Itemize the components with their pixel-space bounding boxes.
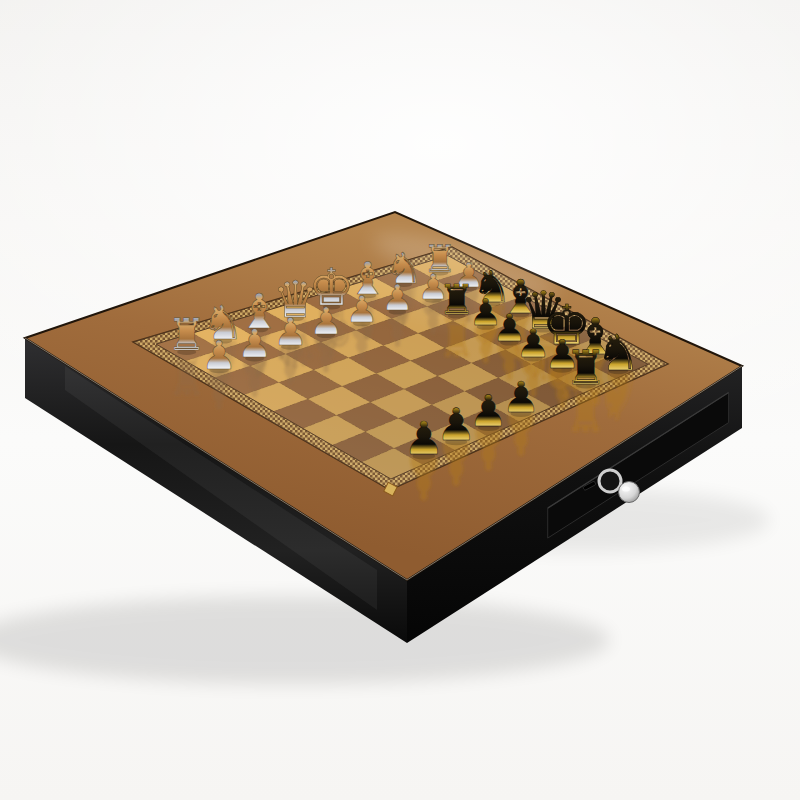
chess-set-product-photo: Overhead-angle product photo of a luxury… — [0, 0, 800, 800]
piece-white-pawn: ♟ — [237, 321, 272, 366]
piece-white-pawn: ♟ — [273, 310, 307, 354]
piece-black-pawn: ♟ — [403, 412, 444, 465]
drawer-lock-ring-icon — [599, 470, 621, 492]
piece-white-pawn: ♟ — [201, 332, 236, 378]
piece-white-pawn: ♟ — [381, 277, 413, 318]
piece-black-rook: ♜ — [565, 341, 607, 395]
piece-white-pawn: ♟ — [309, 299, 342, 343]
scene-canvas: ♜♞♟♝♟♞♚♟♝♜♛♟♟♝♛♟♞♟♚♟♜♝♟♟♟♟♞♜♟♟♟♟♜♞♟♝♟♞♚♟… — [0, 0, 800, 800]
drawer-knob-icon — [619, 482, 640, 503]
piece-white-pawn: ♟ — [345, 288, 378, 331]
